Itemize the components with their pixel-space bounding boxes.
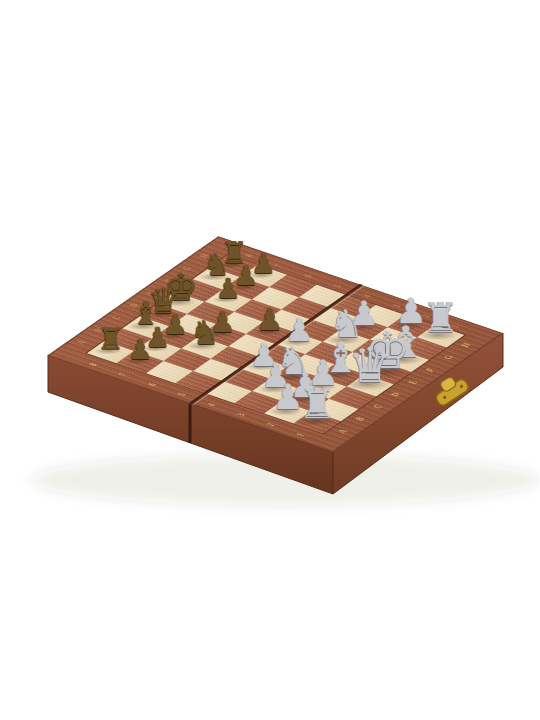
file-label: G bbox=[441, 354, 457, 361]
rank-label: 4 bbox=[204, 402, 218, 408]
product-photo: 1122334455667788AABBCCDDEEFFGGHH ♜♟♞♟♟♚♛… bbox=[0, 0, 540, 720]
rank-label: 1 bbox=[293, 432, 307, 438]
rank-label: 3 bbox=[389, 303, 403, 309]
rank-label: 6 bbox=[301, 273, 315, 279]
rank-label: 2 bbox=[419, 313, 433, 319]
file-label: E bbox=[144, 290, 159, 297]
file-label: C bbox=[370, 403, 386, 410]
rank-label: 7 bbox=[271, 263, 285, 269]
file-label: G bbox=[179, 265, 195, 272]
rank-label: 6 bbox=[145, 382, 159, 388]
file-label: B bbox=[352, 416, 367, 423]
file-label: F bbox=[162, 278, 177, 284]
file-label: H bbox=[197, 253, 213, 260]
file-label: B bbox=[91, 327, 106, 334]
rank-label: 8 bbox=[86, 362, 100, 368]
file-label: F bbox=[423, 367, 438, 373]
rank-label: 7 bbox=[116, 372, 130, 378]
rank-label: 2 bbox=[263, 422, 277, 428]
rank-label: 1 bbox=[448, 323, 462, 329]
rank-label: 5 bbox=[330, 283, 344, 289]
file-label: C bbox=[109, 314, 125, 321]
file-label: A bbox=[73, 339, 89, 346]
rank-label: 4 bbox=[360, 293, 374, 299]
file-label: D bbox=[126, 302, 142, 309]
rank-label: 8 bbox=[242, 253, 256, 259]
file-label: E bbox=[405, 379, 420, 386]
file-label: H bbox=[458, 342, 474, 349]
file-label: A bbox=[335, 428, 351, 435]
rank-label: 5 bbox=[175, 392, 189, 398]
rank-label: 3 bbox=[234, 412, 248, 418]
file-label: D bbox=[388, 391, 404, 398]
